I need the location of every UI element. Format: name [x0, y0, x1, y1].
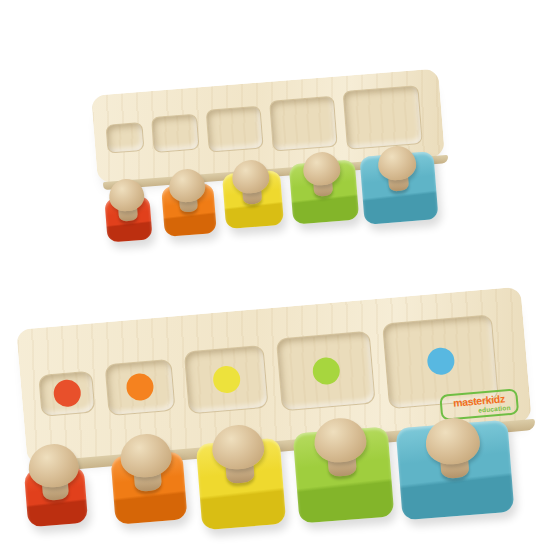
top-view-piece-red-smallest[interactable] [104, 195, 152, 242]
top-view-piece-green[interactable] [289, 160, 360, 225]
top-view-piece-orange[interactable] [161, 183, 217, 237]
wooden-knob[interactable] [302, 151, 342, 198]
wooden-knob[interactable] [108, 178, 146, 223]
knob-dome [27, 442, 80, 488]
slot-dot-blue [426, 347, 455, 376]
angled-board-slot-4[interactable] [269, 95, 338, 151]
masterkidz-logo: masterkidz education [439, 388, 519, 421]
board-slot-1-smallest[interactable] [38, 370, 95, 416]
slot-dot-green [311, 356, 340, 385]
knob-dome [119, 432, 173, 479]
top-view-piece-yellow[interactable] [222, 170, 284, 229]
knob-dome [231, 159, 271, 195]
slot-dot-orange [125, 372, 154, 401]
top-view-piece-blue-largest[interactable] [359, 151, 438, 225]
wooden-knob[interactable] [231, 159, 271, 206]
angled-board-slot-1-smallest[interactable] [105, 121, 144, 153]
wooden-knob[interactable] [27, 442, 81, 502]
knob-dome [424, 416, 481, 466]
piece-green[interactable] [293, 426, 395, 523]
piece-red-smallest[interactable] [24, 466, 88, 528]
angled-board-slot-5-largest[interactable] [342, 85, 422, 150]
board-slot-3[interactable] [184, 345, 269, 415]
wooden-knob[interactable] [168, 168, 207, 214]
wooden-knob[interactable] [424, 416, 483, 480]
knob-dome [302, 151, 342, 187]
wooden-knob[interactable] [119, 432, 174, 493]
slot-dot-yellow [212, 365, 241, 394]
product-photo: masterkidz education [0, 0, 560, 560]
knob-dome [108, 178, 145, 213]
knob-dome [377, 145, 418, 182]
piece-yellow[interactable] [196, 438, 286, 530]
slot-dot-red [52, 379, 81, 408]
knob-dome [313, 416, 368, 464]
wooden-knob[interactable] [377, 145, 418, 193]
angled-board-slot-3[interactable] [206, 105, 264, 152]
board-slot-2[interactable] [104, 358, 175, 416]
board-slot-4[interactable] [276, 331, 376, 412]
knob-dome [168, 168, 206, 203]
wooden-knob[interactable] [210, 423, 266, 485]
wooden-knob[interactable] [313, 416, 369, 478]
piece-blue-largest[interactable] [396, 420, 515, 521]
angled-board-slot-2[interactable] [151, 114, 200, 153]
piece-orange[interactable] [110, 451, 187, 524]
knob-dome [210, 423, 265, 471]
